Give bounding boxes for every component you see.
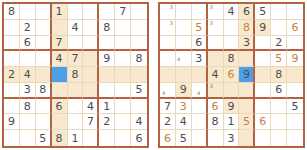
cell-r1c3[interactable] [192,4,208,20]
cell-r8c1[interactable]: 2 [160,114,176,130]
cell-r7c9[interactable] [131,99,147,115]
digit: 4 [136,116,143,127]
cell-r6c2[interactable]: 3 [20,83,36,99]
cell-r5c4[interactable] [52,67,68,83]
cell-r3c9[interactable] [131,36,147,52]
cell-r1c2[interactable] [176,4,192,20]
cell-r3c1[interactable] [160,36,176,52]
digit: 5 [259,6,266,17]
cell-r8c8[interactable] [115,114,131,130]
cell-r8c6[interactable]: 5 [239,114,255,130]
cell-r5c1[interactable]: 2 [4,67,20,83]
cell-r6c4[interactable]: 3 [208,83,224,99]
digit: 4 [24,69,31,80]
digit: 4 [180,116,187,127]
digit: 9 [8,116,15,127]
cell-r7c2[interactable]: 8 [20,99,36,115]
cell-r1c3[interactable] [36,4,52,20]
digit: 6 [136,133,143,144]
cell-r9c8[interactable] [115,130,131,146]
cell-r5c6[interactable] [83,67,99,83]
digit: 2 [164,116,171,127]
digit: 1 [227,116,234,127]
digit: 6 [195,37,202,48]
cell-r8c1[interactable]: 9 [4,114,20,130]
digit: 5 [39,133,46,144]
cell-r2c6[interactable]: 8 [239,20,255,36]
pencil-mark: 3 [170,5,173,10]
cell-r6c7[interactable] [99,83,115,99]
cell-r9c3[interactable]: 5 [36,130,52,146]
cell-r1c6[interactable]: 6 [239,4,255,20]
cell-r8c2[interactable] [20,114,36,130]
cell-r1c6[interactable] [83,4,99,20]
pencil-mark: 4 [197,91,200,96]
cell-r5c9[interactable] [131,67,147,83]
cell-r9c6[interactable] [239,130,255,146]
digit: 3 [24,84,31,95]
digit: 8 [103,22,110,33]
cell-r1c5[interactable] [68,4,84,20]
cell-r9c7[interactable] [99,130,115,146]
cell-r3c3[interactable]: 6 [192,36,208,52]
cell-r9c2[interactable]: 5 [176,130,192,146]
cell-r3c9[interactable] [287,36,303,52]
cell-r7c6[interactable]: 4 [83,99,99,115]
cell-r9c4[interactable]: 8 [52,130,68,146]
digit: 2 [24,22,31,33]
cell-r5c8[interactable]: 8 [271,67,287,83]
cell-r1c8[interactable]: 7 [115,4,131,20]
cell-r2c8[interactable] [115,20,131,36]
cell-r1c1[interactable]: 3 [160,4,176,20]
digit: 1 [71,133,78,144]
digit: 7 [119,6,126,17]
digit: 6 [24,37,31,48]
cell-r4c2[interactable] [20,51,36,67]
digit: 8 [8,6,15,17]
cell-r3c6[interactable] [83,36,99,52]
cell-r7c8[interactable] [271,99,287,115]
cell-r7c6[interactable] [239,99,255,115]
cell-r4c7[interactable]: 9 [99,51,115,67]
cell-r1c1[interactable]: 8 [4,4,20,20]
cell-r6c4[interactable] [52,83,68,99]
cell-r5c7[interactable] [255,67,271,83]
digit: 6 [259,116,266,127]
digit: 5 [180,133,187,144]
cell-r7c5[interactable] [68,99,84,115]
cell-r5c5[interactable]: 6 [224,67,240,83]
cell-r5c6[interactable]: 9 [239,67,255,83]
digit: 8 [243,22,250,33]
digit: 9 [243,69,250,80]
digit: 7 [164,101,171,112]
cell-r3c2[interactable] [176,36,192,52]
digit: 4 [71,22,78,33]
cell-r5c3[interactable] [36,67,52,83]
cell-r4c4[interactable] [208,51,224,67]
cell-r6c6[interactable] [239,83,255,99]
digit: 2 [275,37,282,48]
cell-r9c9[interactable] [287,130,303,146]
digit: 8 [24,101,31,112]
digit: 8 [71,69,78,80]
digit: 6 [212,101,219,112]
cell-r8c4[interactable] [52,114,68,130]
cell-r6c8[interactable] [115,83,131,99]
digit: 8 [136,53,143,64]
cell-r6c5[interactable] [224,83,240,99]
cell-r3c7[interactable] [255,36,271,52]
cell-r8c9[interactable] [287,114,303,130]
cell-r3c5[interactable] [68,36,84,52]
sudoku-board-left: 817248674798248385864197245816 [2,2,149,148]
digit: 3 [243,37,250,48]
cell-r2c2[interactable]: 2 [20,20,36,36]
cell-r9c6[interactable] [83,130,99,146]
cell-r5c1[interactable] [160,67,176,83]
cell-r8c5[interactable] [68,114,84,130]
digit: 8 [227,53,234,64]
cell-r4c9[interactable]: 8 [131,51,147,67]
digit: 9 [180,84,187,95]
cell-r7c5[interactable]: 9 [224,99,240,115]
cell-r2c7[interactable]: 9 [255,20,271,36]
digit: 8 [39,84,46,95]
pencil-mark: 3 [170,21,173,26]
cell-r9c1[interactable]: 6 [160,130,176,146]
cell-r3c4[interactable] [208,36,224,52]
cell-r3c1[interactable] [4,36,20,52]
digit: 5 [292,101,299,112]
cell-r2c1[interactable]: 3 [160,20,176,36]
cell-r8c8[interactable] [271,114,287,130]
cell-r7c1[interactable] [4,99,20,115]
cell-r4c6[interactable] [83,51,99,67]
cell-r9c2[interactable] [20,130,36,146]
cell-r1c5[interactable]: 4 [224,4,240,20]
cell-r4c1[interactable] [4,51,20,67]
cell-r6c5[interactable] [68,83,84,99]
digit: 9 [259,22,266,33]
digit: 4 [87,101,94,112]
digit: 4 [56,53,63,64]
digit: 6 [227,69,234,80]
cell-r5c2[interactable] [176,67,192,83]
cell-r2c3[interactable] [36,20,52,36]
cell-r5c3[interactable] [192,67,208,83]
sudoku-board-right: 3346535389663243859469849436736952481566… [158,2,305,148]
cell-r6c3[interactable]: 8 [36,83,52,99]
cell-r9c9[interactable]: 6 [131,130,147,146]
digit: 3 [227,133,234,144]
cell-r5c7[interactable] [99,67,115,83]
digit: 5 [243,116,250,127]
cell-r7c7[interactable]: 1 [99,99,115,115]
cell-r2c4[interactable] [52,20,68,36]
cell-r1c7[interactable]: 5 [255,4,271,20]
cell-r4c7[interactable] [255,51,271,67]
digit: 2 [103,116,110,127]
cell-r7c3[interactable] [36,99,52,115]
cell-r5c2[interactable]: 4 [20,67,36,83]
digit: 6 [275,84,282,95]
digit: 1 [56,6,63,17]
digit: 9 [227,101,234,112]
cell-r3c3[interactable] [36,36,52,52]
digit: 6 [243,6,250,17]
cell-r8c6[interactable]: 7 [83,114,99,130]
cell-r6c8[interactable]: 6 [271,83,287,99]
digit: 6 [164,133,171,144]
digit: 5 [195,22,202,33]
digit: 8 [56,133,63,144]
pencil-mark: 3 [210,21,213,26]
cell-r1c2[interactable] [20,4,36,20]
cell-r3c8[interactable]: 2 [271,36,287,52]
pencil-mark: 3 [210,5,213,10]
cell-r1c4[interactable]: 1 [52,4,68,20]
cell-r3c8[interactable] [115,36,131,52]
digit: 7 [87,116,94,127]
cell-r8c3[interactable] [36,114,52,130]
digit: 4 [212,69,219,80]
cell-r5c4[interactable]: 4 [208,67,224,83]
digit: 1 [103,101,110,112]
digit: 7 [56,37,63,48]
cell-r4c5[interactable]: 7 [68,51,84,67]
cell-r4c9[interactable]: 9 [287,51,303,67]
cell-r7c8[interactable] [115,99,131,115]
cell-r2c9[interactable]: 6 [287,20,303,36]
cell-r1c7[interactable] [99,4,115,20]
cell-r3c4[interactable]: 7 [52,36,68,52]
cell-r8c9[interactable]: 4 [131,114,147,130]
digit: 5 [275,53,282,64]
cell-r6c3[interactable]: 4 [192,83,208,99]
cell-r9c4[interactable] [208,130,224,146]
cell-r7c4[interactable]: 6 [52,99,68,115]
cell-r7c7[interactable] [255,99,271,115]
cell-r2c1[interactable] [4,20,20,36]
cell-r2c7[interactable]: 8 [99,20,115,36]
cell-r7c1[interactable]: 7 [160,99,176,115]
cell-r4c6[interactable] [239,51,255,67]
cell-r9c7[interactable] [255,130,271,146]
cell-r2c2[interactable] [176,20,192,36]
cell-r7c2[interactable]: 3 [176,99,192,115]
cell-r1c9[interactable] [131,4,147,20]
cell-r5c8[interactable] [115,67,131,83]
cell-r3c6[interactable]: 3 [239,36,255,52]
cell-r6c6[interactable] [83,83,99,99]
cell-r2c8[interactable] [271,20,287,36]
cell-r9c3[interactable] [192,130,208,146]
cell-r9c8[interactable] [271,130,287,146]
cell-r2c9[interactable] [131,20,147,36]
cell-r3c5[interactable] [224,36,240,52]
pencil-mark: 4 [162,91,165,96]
digit: 2 [8,69,15,80]
digit: 8 [275,69,282,80]
cell-r6c1[interactable] [4,83,20,99]
cell-r6c7[interactable] [255,83,271,99]
cell-r4c5[interactable]: 8 [224,51,240,67]
cell-r8c5[interactable]: 1 [224,114,240,130]
cell-r1c9[interactable] [287,4,303,20]
cell-r6c2[interactable]: 9 [176,83,192,99]
digit: 6 [56,101,63,112]
digit: 3 [195,53,202,64]
cell-r1c8[interactable] [271,4,287,20]
digit: 3 [180,101,187,112]
cell-r9c5[interactable]: 1 [68,130,84,146]
cell-r4c3[interactable]: 3 [192,51,208,67]
digit: 7 [71,53,78,64]
cell-r3c7[interactable] [99,36,115,52]
pencil-mark: 4 [177,56,180,61]
digit: 5 [136,84,143,95]
cell-r4c1[interactable] [160,51,176,67]
cell-r2c3[interactable]: 5 [192,20,208,36]
cell-r4c8[interactable] [115,51,131,67]
cell-r9c5[interactable]: 3 [224,130,240,146]
cell-r2c4[interactable]: 3 [208,20,224,36]
cell-r1c4[interactable]: 3 [208,4,224,20]
cell-r6c1[interactable]: 4 [160,83,176,99]
pencil-mark: 3 [210,84,213,89]
cell-r4c8[interactable]: 5 [271,51,287,67]
cell-r8c7[interactable]: 2 [99,114,115,130]
cell-r8c3[interactable] [192,114,208,130]
cell-r9c1[interactable] [4,130,20,146]
cell-r6c9[interactable] [287,83,303,99]
cell-r2c6[interactable] [83,20,99,36]
cell-r4c2[interactable]: 4 [176,51,192,67]
cell-r4c4[interactable]: 4 [52,51,68,67]
cell-r7c9[interactable]: 5 [287,99,303,115]
cell-r5c9[interactable] [287,67,303,83]
cell-r5c5[interactable]: 8 [68,67,84,83]
digit: 6 [292,22,299,33]
digit: 8 [212,116,219,127]
digit: 4 [227,6,234,17]
cell-r8c7[interactable]: 6 [255,114,271,130]
digit: 9 [103,53,110,64]
cell-r2c5[interactable] [224,20,240,36]
cell-r4c3[interactable] [36,51,52,67]
cell-r8c2[interactable]: 4 [176,114,192,130]
digit: 9 [292,53,299,64]
cell-r6c9[interactable]: 5 [131,83,147,99]
cell-r7c3[interactable] [192,99,208,115]
cell-r7c4[interactable]: 6 [208,99,224,115]
cell-r8c4[interactable]: 8 [208,114,224,130]
cell-r2c5[interactable]: 4 [68,20,84,36]
cell-r3c2[interactable]: 6 [20,36,36,52]
